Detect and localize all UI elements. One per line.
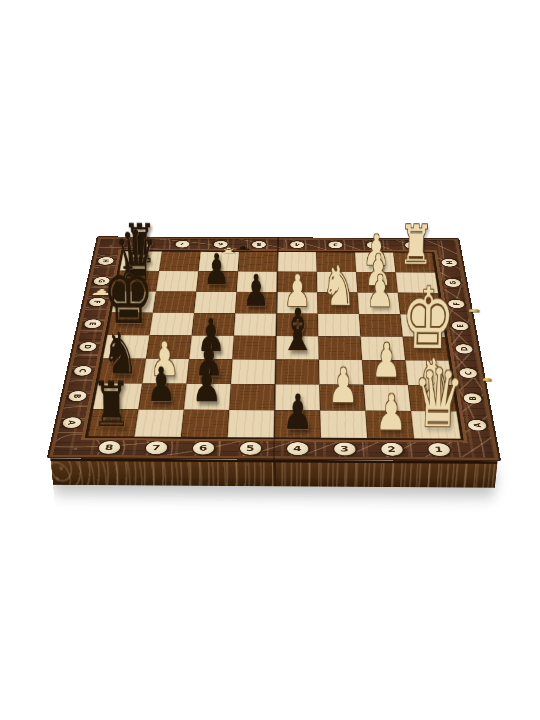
square-a1: ♛ <box>411 411 461 439</box>
coordinate-medallion-A: A <box>466 419 489 431</box>
square-c8: ♞ <box>98 359 146 384</box>
square-f1 <box>398 293 442 315</box>
coordinate-medallion-E: E <box>450 321 470 331</box>
square-f5: ♟ <box>235 292 277 314</box>
square-c7: ♟ <box>142 359 189 384</box>
coordinate-medallion-G: G <box>443 278 462 287</box>
square-e2 <box>359 314 403 337</box>
square-e1 <box>400 314 445 337</box>
square-g4 <box>277 272 317 293</box>
coordinate-medallion-2: 2 <box>365 241 382 249</box>
board-side-edge <box>50 458 497 487</box>
coordinate-medallion-3: 3 <box>327 241 343 249</box>
square-e6 <box>192 313 236 336</box>
square-f8 <box>112 291 156 313</box>
coordinate-medallion-8: 8 <box>135 240 152 248</box>
coordinate-medallion-H: H <box>440 258 459 267</box>
coordinate-medallion-4: 4 <box>289 241 305 249</box>
coordinate-medallion-A: A <box>60 416 83 428</box>
square-a4: ♟ <box>274 410 321 438</box>
coordinate-medallion-C: C <box>457 367 479 378</box>
chess-set-photo: 87654321 87654321 ABCDEFGH ABCDEFGH ♜♟♜♛… <box>47 236 501 461</box>
square-f7 <box>153 291 196 313</box>
coordinate-medallion-3: 3 <box>332 442 357 457</box>
brass-hinge-pin <box>483 378 491 381</box>
square-e8: ♚ <box>107 313 152 336</box>
square-h3 <box>316 252 356 272</box>
square-f4: ♟ <box>276 292 317 314</box>
square-f2: ♟ <box>357 293 400 315</box>
square-h5 <box>238 252 278 272</box>
square-h8: ♜ <box>120 251 162 271</box>
left-rail-white-pawn: ♟ <box>88 289 114 297</box>
side-edge-seam <box>273 462 276 486</box>
square-g6: ♟ <box>196 271 238 292</box>
white-rook-h1: ♜ <box>398 220 433 271</box>
square-e3 <box>318 314 361 337</box>
square-h4 <box>277 252 316 272</box>
coordinate-medallion-6: 6 <box>191 441 216 456</box>
square-f6 <box>194 292 237 314</box>
square-e4 <box>276 314 318 337</box>
coordinate-medallion-7: 7 <box>143 441 169 456</box>
square-d2 <box>360 336 405 360</box>
square-a8: ♜ <box>88 409 139 437</box>
square-e7 <box>149 313 194 336</box>
square-g8: ♛ <box>116 271 159 292</box>
square-a7 <box>134 409 183 437</box>
coordinate-medallion-F: F <box>446 299 466 309</box>
coordinate-medallion-F: F <box>87 297 107 307</box>
coordinate-medallion-D: D <box>454 343 475 354</box>
square-g7 <box>156 271 198 292</box>
white-pawn-c7: ♟ <box>149 338 179 382</box>
square-c3 <box>319 360 364 385</box>
square-b6: ♟ <box>184 384 231 410</box>
coordinate-medallion-B: B <box>462 392 484 404</box>
coordinate-medallion-1: 1 <box>403 241 420 249</box>
square-c2: ♟ <box>362 360 408 385</box>
coordinate-medallion-E: E <box>82 319 103 329</box>
square-h7 <box>159 251 200 271</box>
coordinate-medallion-2: 2 <box>379 442 404 457</box>
square-d5 <box>232 336 276 360</box>
coordinate-medallion-8: 8 <box>96 440 122 455</box>
square-g2: ♟ <box>356 272 398 293</box>
coordinate-medallion-6: 6 <box>212 240 229 248</box>
square-g3 <box>317 272 358 293</box>
square-a6 <box>181 410 229 438</box>
square-e5 <box>234 313 277 336</box>
square-a5 <box>227 410 274 438</box>
square-h1: ♜ <box>393 253 435 273</box>
square-a3 <box>320 410 367 438</box>
square-c6: ♟ <box>187 359 233 384</box>
square-b8 <box>93 383 142 409</box>
coordinate-medallion-5: 5 <box>238 441 262 456</box>
coordinate-medallion-H: H <box>96 256 115 265</box>
square-g5 <box>237 271 278 292</box>
square-g1 <box>396 272 439 293</box>
square-b4 <box>275 384 320 410</box>
coordinate-medallion-5: 5 <box>250 241 266 249</box>
square-d7 <box>146 335 192 359</box>
square-d1: ♚ <box>403 337 449 361</box>
coordinate-medallion-7: 7 <box>174 240 191 248</box>
coordinate-medallion-4: 4 <box>285 441 309 456</box>
square-b1: ♞ <box>408 385 456 411</box>
square-b3: ♟ <box>319 385 365 411</box>
square-h2: ♟ <box>355 252 396 272</box>
square-d3 <box>318 336 362 360</box>
coordinate-medallion-B: B <box>66 390 88 402</box>
square-h6 <box>198 252 239 272</box>
coordinate-medallion-G: G <box>92 276 112 285</box>
brass-latch <box>469 309 479 312</box>
square-c4 <box>275 360 319 385</box>
square-c5 <box>231 359 276 384</box>
far-rail-black-pawn: ♟ <box>233 245 254 251</box>
square-a2: ♟ <box>365 411 414 439</box>
white-pawn-h2: ♟ <box>363 231 390 271</box>
square-d4: ♝ <box>276 336 319 360</box>
board-frame: 87654321 87654321 ABCDEFGH ABCDEFGH ♜♟♜♛… <box>47 236 501 461</box>
square-d8 <box>103 335 150 359</box>
square-b5 <box>229 384 275 410</box>
square-b2 <box>364 385 411 411</box>
square-d6: ♟ <box>189 336 234 360</box>
square-c1 <box>405 360 452 385</box>
coordinate-medallion-C: C <box>72 365 94 376</box>
coordinate-medallion-D: D <box>77 341 98 352</box>
square-b7: ♟ <box>138 383 186 409</box>
black-rook-h8: ♜ <box>122 218 156 269</box>
square-f3: ♞ <box>317 292 359 314</box>
coordinate-medallion-1: 1 <box>426 442 452 457</box>
